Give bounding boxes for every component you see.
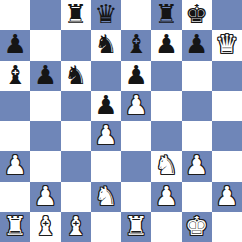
square-g7[interactable]: ♟ (182, 30, 212, 60)
square-h1[interactable] (212, 212, 242, 242)
white-pawn: ♟ (3, 152, 26, 178)
square-f4[interactable] (151, 121, 181, 151)
white-pawn: ♟ (94, 122, 117, 148)
square-f7[interactable]: ♟ (151, 30, 181, 60)
square-c2[interactable] (61, 182, 91, 212)
square-g6[interactable] (182, 61, 212, 91)
black-pawn: ♟ (3, 31, 26, 57)
white-pawn: ♟ (185, 152, 208, 178)
square-a7[interactable]: ♟ (0, 30, 30, 60)
white-pawn: ♟ (215, 183, 238, 209)
white-knight: ♞ (94, 183, 117, 209)
square-d4[interactable]: ♟ (91, 121, 121, 151)
square-a4[interactable] (0, 121, 30, 151)
square-a2[interactable] (0, 182, 30, 212)
square-c3[interactable] (61, 151, 91, 181)
square-c8[interactable]: ♜ (61, 0, 91, 30)
square-c7[interactable] (61, 30, 91, 60)
square-c1[interactable]: ♝ (61, 212, 91, 242)
square-d8[interactable]: ♛ (91, 0, 121, 30)
square-h3[interactable] (212, 151, 242, 181)
square-e6[interactable]: ♟ (121, 61, 151, 91)
black-pawn: ♟ (185, 31, 208, 57)
black-pawn: ♟ (124, 62, 147, 88)
chess-board: ♜♛♜♚♟♞♝♟♟♛♝♟♞♟♟♟♟♟♞♟♟♞♟♟♜♝♝♜♚ (0, 0, 242, 242)
square-f2[interactable]: ♟ (151, 182, 181, 212)
square-c4[interactable] (61, 121, 91, 151)
square-b6[interactable]: ♟ (30, 61, 60, 91)
square-b5[interactable] (30, 91, 60, 121)
white-queen: ♛ (215, 31, 238, 57)
square-f8[interactable]: ♜ (151, 0, 181, 30)
square-e5[interactable]: ♟ (121, 91, 151, 121)
white-rook: ♜ (3, 213, 26, 239)
square-h7[interactable]: ♛ (212, 30, 242, 60)
square-b4[interactable] (30, 121, 60, 151)
square-g5[interactable] (182, 91, 212, 121)
square-f1[interactable] (151, 212, 181, 242)
square-c5[interactable] (61, 91, 91, 121)
square-e7[interactable]: ♝ (121, 30, 151, 60)
square-d5[interactable]: ♟ (91, 91, 121, 121)
square-d1[interactable] (91, 212, 121, 242)
square-c6[interactable]: ♞ (61, 61, 91, 91)
square-e2[interactable] (121, 182, 151, 212)
square-f6[interactable] (151, 61, 181, 91)
white-rook: ♜ (124, 213, 147, 239)
white-king: ♚ (185, 213, 208, 239)
square-b3[interactable] (30, 151, 60, 181)
square-d6[interactable] (91, 61, 121, 91)
white-pawn: ♟ (34, 183, 57, 209)
square-g2[interactable] (182, 182, 212, 212)
white-pawn: ♟ (155, 183, 178, 209)
square-a6[interactable]: ♝ (0, 61, 30, 91)
square-a8[interactable] (0, 0, 30, 30)
square-b7[interactable] (30, 30, 60, 60)
square-g1[interactable]: ♚ (182, 212, 212, 242)
square-e8[interactable] (121, 0, 151, 30)
black-bishop: ♝ (124, 31, 147, 57)
white-knight: ♞ (155, 152, 178, 178)
black-queen: ♛ (94, 1, 117, 27)
square-a5[interactable] (0, 91, 30, 121)
square-a3[interactable]: ♟ (0, 151, 30, 181)
white-bishop: ♝ (64, 213, 87, 239)
square-b8[interactable] (30, 0, 60, 30)
white-bishop: ♝ (34, 213, 57, 239)
square-f3[interactable]: ♞ (151, 151, 181, 181)
square-g4[interactable] (182, 121, 212, 151)
square-h6[interactable] (212, 61, 242, 91)
square-a1[interactable]: ♜ (0, 212, 30, 242)
black-knight: ♞ (94, 31, 117, 57)
square-h8[interactable] (212, 0, 242, 30)
square-d3[interactable] (91, 151, 121, 181)
black-rook: ♜ (64, 1, 87, 27)
square-h2[interactable]: ♟ (212, 182, 242, 212)
square-e1[interactable]: ♜ (121, 212, 151, 242)
square-b2[interactable]: ♟ (30, 182, 60, 212)
square-d7[interactable]: ♞ (91, 30, 121, 60)
square-b1[interactable]: ♝ (30, 212, 60, 242)
square-e4[interactable] (121, 121, 151, 151)
black-knight: ♞ (64, 62, 87, 88)
square-g8[interactable]: ♚ (182, 0, 212, 30)
black-pawn: ♟ (34, 62, 57, 88)
square-g3[interactable]: ♟ (182, 151, 212, 181)
square-f5[interactable] (151, 91, 181, 121)
white-pawn: ♟ (124, 92, 147, 118)
black-king: ♚ (185, 1, 208, 27)
square-d2[interactable]: ♞ (91, 182, 121, 212)
square-h4[interactable] (212, 121, 242, 151)
black-bishop: ♝ (3, 62, 26, 88)
square-h5[interactable] (212, 91, 242, 121)
black-pawn: ♟ (155, 31, 178, 57)
black-rook: ♜ (155, 1, 178, 27)
square-e3[interactable] (121, 151, 151, 181)
black-pawn: ♟ (94, 92, 117, 118)
